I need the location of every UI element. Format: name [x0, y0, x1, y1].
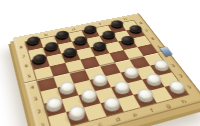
- checker-piece-black[interactable]: [44, 41, 60, 51]
- checker-piece-black[interactable]: [32, 53, 48, 64]
- checkers-board-box: aabbccddeeffgghh8877665544332211: [13, 13, 200, 126]
- perspective-scene: aabbccddeeffgghh8877665544332211: [0, 0, 200, 126]
- checker-piece-white[interactable]: [91, 72, 109, 85]
- checker-piece-black[interactable]: [101, 29, 117, 38]
- checker-piece-white[interactable]: [136, 87, 156, 101]
- pieces-layer: [13, 13, 200, 126]
- checker-piece-black[interactable]: [62, 46, 78, 57]
- checker-piece-white[interactable]: [80, 87, 99, 101]
- checker-piece-white[interactable]: [67, 104, 87, 119]
- checker-piece-black[interactable]: [92, 40, 108, 50]
- checker-piece-white[interactable]: [167, 79, 187, 92]
- checker-piece-white[interactable]: [144, 72, 163, 85]
- checker-piece-white[interactable]: [45, 95, 64, 110]
- checker-piece-black[interactable]: [73, 35, 89, 45]
- photo-stage: aabbccddeeffgghh8877665544332211: [0, 0, 200, 126]
- checker-piece-black[interactable]: [120, 34, 136, 44]
